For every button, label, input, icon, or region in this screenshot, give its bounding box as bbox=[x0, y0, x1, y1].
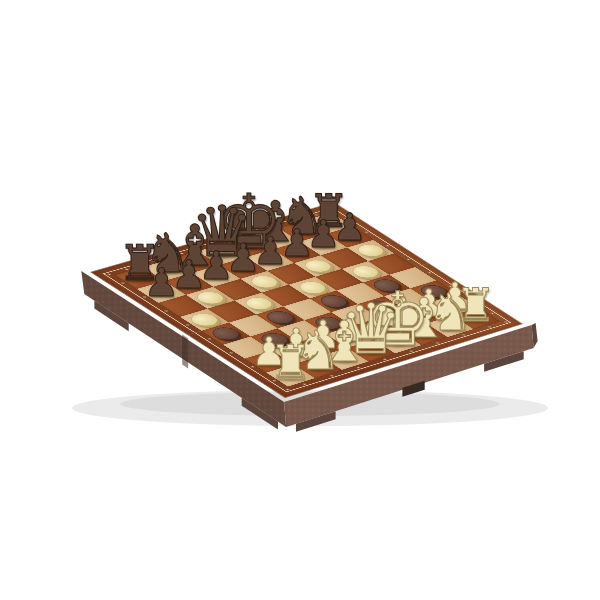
frame-screw bbox=[206, 338, 211, 340]
frame-screw bbox=[385, 245, 390, 247]
frame-screw bbox=[228, 352, 233, 354]
frame-screw bbox=[427, 272, 432, 274]
piece-black-pawn-a7[interactable]: ♟ bbox=[144, 262, 179, 302]
frame-screw bbox=[185, 324, 190, 326]
frame-screw bbox=[503, 321, 508, 323]
piece-white-rook-a1[interactable]: ♜ bbox=[269, 338, 312, 386]
frame-screw bbox=[163, 310, 168, 312]
frame-screw bbox=[406, 258, 411, 260]
chess-set-photo: ♜♞♝♛♚♝♞♜♟♟♟♟♟♟♟♟♟♟♟♟♟♟♟♟♜♞♝♛♚♝♞♜ bbox=[0, 0, 600, 600]
frame-screw bbox=[106, 273, 111, 275]
